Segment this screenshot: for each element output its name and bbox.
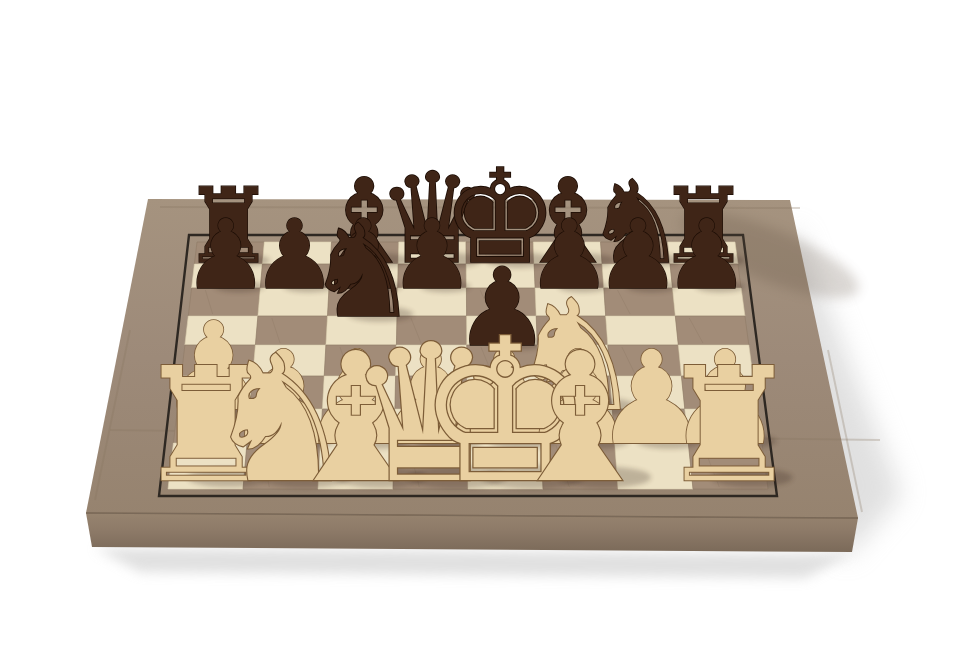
chessboard-photo: ♜♝♛♚♝♞♜♟♟♟♟♟♟♟♞♟♟♞♟♟♟♟♟♟♟♜♞♝♛♚♝♜ [0,0,970,647]
page: ♜♝♛♚♝♞♜♟♟♟♟♟♟♟♞♟♟♞♟♟♟♟♟♟♟♜♞♝♛♚♝♜ [0,0,970,647]
piece-white-rook-h1[interactable]: ♜ [659,333,801,517]
pieces: ♜♝♛♚♝♞♜♟♟♟♟♟♟♟♞♟♟♞♟♟♟♟♟♟♟♜♞♝♛♚♝♜ [136,141,801,527]
piece-white-bishop-f1[interactable]: ♝ [500,315,660,522]
piece-black-pawn-h7[interactable]: ♟ [664,199,750,311]
